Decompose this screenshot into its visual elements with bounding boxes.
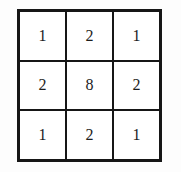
cell-r1-c0: 2: [19, 61, 66, 111]
cell-r2-c1: 2: [66, 110, 113, 160]
cell-r0-c1: 2: [66, 11, 113, 61]
cell-r2-c2: 1: [113, 110, 160, 160]
cell-r1-c2: 2: [113, 61, 160, 111]
cell-r2-c0: 1: [19, 110, 66, 160]
cell-r1-c1: 8: [66, 61, 113, 111]
number-grid-board: 1 2 1 2 8 2 1 2 1: [17, 9, 162, 162]
cell-r0-c0: 1: [19, 11, 66, 61]
cell-r0-c2: 1: [113, 11, 160, 61]
